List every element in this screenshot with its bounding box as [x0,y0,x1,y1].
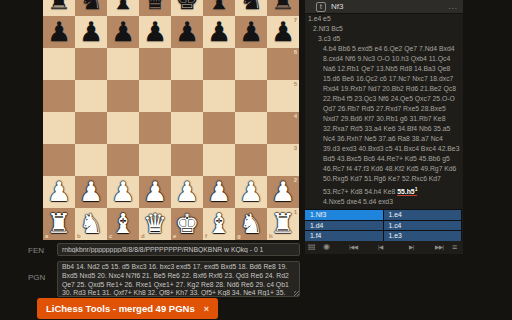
coord-6: 6 [294,49,297,55]
lichess-tools-toast[interactable]: LiChess Tools - merged 49 PGNs × [37,298,218,319]
prev-move-button[interactable]: |◀ [378,240,383,254]
board-square-a3[interactable] [43,144,75,176]
candidate-move-1.c4[interactable]: 1.c4 [384,221,463,231]
candidate-move-1.d4[interactable]: 1.d4 [305,221,384,231]
pgn-input[interactable]: Bb4 14. Nd2 c5 15. d5 Bxc3 16. bxc3 exd5… [57,261,300,297]
black-king-icon[interactable]: ♚ [175,0,199,16]
coord-c: c [109,233,112,239]
board-square-d1[interactable]: ♛d [139,208,171,240]
board-square-a7[interactable]: ♟ [43,16,75,48]
coord-2: 2 [294,177,297,183]
black-pawn-icon[interactable]: ♟ [111,16,135,48]
board-square-f5[interactable] [203,80,235,112]
board-square-d2[interactable]: ♟ [139,176,171,208]
white-pawn-icon[interactable]: ♟ [47,176,71,208]
board-square-a6[interactable] [43,48,75,80]
candidate-row: 1.Nf31.e4 [305,209,462,220]
board-square-h8[interactable]: ♜8 [267,0,299,16]
candidate-move-1.e4[interactable]: 1.e4 [384,210,463,220]
coord-e: e [173,233,176,239]
chess-board: ♜♞♝♛♚♝♞♜8♟♟♟♟♟♟♟♟76543♟♟♟♟♟♟♟♟2♜a♞b♝c♛d♚… [43,0,299,240]
board-square-a5[interactable] [43,80,75,112]
white-pawn-icon[interactable]: ♟ [175,176,199,208]
board-square-g2[interactable]: ♟ [235,176,267,208]
move-line: 4.Nxe5 dxe4 5.d4 exd3 [305,197,463,207]
board-square-c5[interactable] [107,80,139,112]
board-square-e8[interactable]: ♚ [171,0,203,16]
board-square-b7[interactable]: ♟ [75,16,107,48]
coord-d: d [141,233,145,239]
board-square-c6[interactable] [107,48,139,80]
coord-1: 1 [294,209,297,215]
board-square-c2[interactable]: ♟ [107,176,139,208]
board-square-d6[interactable] [139,48,171,80]
board-square-f2[interactable]: ♟ [203,176,235,208]
black-queen-icon[interactable]: ♛ [143,0,167,16]
board-square-d5[interactable] [139,80,171,112]
black-pawn-icon[interactable]: ♟ [175,16,199,48]
move-text[interactable]: 2.Nf3 Bc5 [313,25,343,32]
board-square-b8[interactable]: ♞ [75,0,107,16]
coord-3: 3 [294,145,297,151]
menu-button[interactable]: ≡ [452,240,457,254]
white-king-icon[interactable]: ♚ [175,208,199,240]
board-square-f4[interactable] [203,112,235,144]
coord-5: 5 [294,81,297,87]
board-square-e3[interactable] [171,144,203,176]
white-knight-icon[interactable]: ♞ [79,208,103,240]
board-square-g6[interactable] [235,48,267,80]
board-square-c8[interactable]: ♝ [107,0,139,16]
white-pawn-icon[interactable]: ♟ [143,176,167,208]
board-square-d3[interactable] [139,144,171,176]
board-square-g3[interactable] [235,144,267,176]
board-square-g1[interactable]: ♞g [235,208,267,240]
board-square-b1[interactable]: ♞b [75,208,107,240]
board-square-d7[interactable]: ♟ [139,16,171,48]
candidate-row: 1.f41.e3 [305,230,462,241]
board-square-b3[interactable] [75,144,107,176]
board-square-a4[interactable] [43,112,75,144]
board-square-e7[interactable]: ♟ [171,16,203,48]
board-square-f8[interactable]: ♝ [203,0,235,16]
white-pawn-icon[interactable]: ♟ [271,176,295,208]
white-queen-icon[interactable]: ♛ [143,208,167,240]
board-square-h1[interactable]: ♜h1 [267,208,299,240]
pgn-label: PGN [28,273,45,282]
resize-grip[interactable] [294,291,299,296]
black-pawn-icon[interactable]: ♟ [207,16,231,48]
board-square-d8[interactable]: ♛ [139,0,171,16]
board-square-b5[interactable] [75,80,107,112]
move-text[interactable]: 1.e4 e5 [308,15,331,22]
board-square-b4[interactable] [75,112,107,144]
black-bishop-icon[interactable]: ♝ [111,0,135,16]
coord-g: g [237,233,241,239]
board-square-a2[interactable]: ♟ [43,176,75,208]
black-knight-icon[interactable]: ♞ [239,0,263,16]
black-pawn-icon[interactable]: ♟ [79,16,103,48]
board-square-f1[interactable]: ♝f [203,208,235,240]
white-rook-icon[interactable]: ♜ [271,208,295,240]
white-bishop-icon[interactable]: ♝ [207,208,231,240]
board-square-g8[interactable]: ♞ [235,0,267,16]
board-square-c4[interactable] [107,112,139,144]
coord-b: b [77,233,81,239]
white-rook-icon[interactable]: ♜ [47,208,71,240]
black-pawn-icon[interactable]: ♟ [271,16,295,48]
coord-h: h [269,233,273,239]
board-square-a1[interactable]: ♜a [43,208,75,240]
board-square-f6[interactable] [203,48,235,80]
board-square-b6[interactable] [75,48,107,80]
board-square-h2[interactable]: ♟2 [267,176,299,208]
move-line: 1.e4 e5 [305,14,463,24]
black-knight-icon[interactable]: ♞ [79,0,103,16]
black-pawn-icon[interactable]: ♟ [239,16,263,48]
board-square-g5[interactable] [235,80,267,112]
white-pawn-icon[interactable]: ♟ [79,176,103,208]
book-icon[interactable]: ▤ [308,240,316,254]
board-square-a8[interactable]: ♜ [43,0,75,16]
lichess-tools-icon[interactable]: t [316,2,326,12]
next-move-button[interactable]: ▶| [409,240,414,254]
candidate-move-1.e3[interactable]: 1.e3 [384,231,463,241]
black-rook-icon[interactable]: ♜ [271,0,295,16]
move-text[interactable]: 3.c3 d5 [318,35,340,42]
board-square-f3[interactable] [203,144,235,176]
first-move-candidates: 1.Nf31.e41.d41.c41.f41.e3 [305,209,462,241]
white-knight-icon[interactable]: ♞ [239,208,263,240]
coord-4: 4 [294,113,297,119]
app-window: ♜♞♝♛♚♝♞♜8♟♟♟♟♟♟♟♟76543♟♟♟♟♟♟♟♟2♜a♞b♝c♛d♚… [0,0,512,320]
first-move-button[interactable]: |◀◀ [349,240,357,254]
white-pawn-icon[interactable]: ♟ [111,176,135,208]
black-pawn-icon[interactable]: ♟ [143,16,167,48]
move-line: 4.b4 Bb6 5.exd5 e4 6.Qe2 Qe7 7.Nd4 Bxd4 … [305,44,463,197]
close-icon[interactable]: × [204,304,209,314]
board-square-g4[interactable] [235,112,267,144]
transposition-move[interactable]: 55.h51 [397,188,417,196]
board-square-e6[interactable] [171,48,203,80]
fen-input[interactable] [57,243,300,256]
coord-f: f [205,233,207,239]
board-square-h5[interactable]: 5 [267,80,299,112]
board-square-h3[interactable]: 3 [267,144,299,176]
move-line: 3.c3 d5 [305,34,463,44]
move-header: t Nf3 ... [305,0,463,14]
white-pawn-icon[interactable]: ♟ [207,176,231,208]
black-bishop-icon[interactable]: ♝ [207,0,231,16]
board-square-b2[interactable]: ♟ [75,176,107,208]
coord-7: 7 [294,17,297,23]
candidate-row: 1.d41.c4 [305,220,462,231]
board-square-c7[interactable]: ♟ [107,16,139,48]
ellipsis-menu-icon[interactable]: ... [448,2,458,11]
board-square-h6[interactable]: 6 [267,48,299,80]
board-square-h7[interactable]: ♟7 [267,16,299,48]
board-square-f7[interactable]: ♟ [203,16,235,48]
last-move-button[interactable]: ▶▶| [435,240,443,254]
move-tree: 1.e4 e52.Nf3 Bc53.c3 d54.b4 Bb6 5.exd5 e… [305,14,463,214]
black-pawn-icon[interactable]: ♟ [47,16,71,48]
move-text[interactable]: 4.Nxe5 dxe4 5.d4 exd3 [323,198,393,205]
board-square-c3[interactable] [107,144,139,176]
board-square-h4[interactable]: 4 [267,112,299,144]
black-rook-icon[interactable]: ♜ [47,0,71,16]
board-square-c1[interactable]: ♝c [107,208,139,240]
board-square-g7[interactable]: ♟ [235,16,267,48]
board-square-e5[interactable] [171,80,203,112]
move-line: 2.Nf3 Bc5 [305,24,463,34]
settings-icon[interactable]: ◉ [323,240,330,254]
white-pawn-icon[interactable]: ♟ [239,176,263,208]
board-square-e1[interactable]: ♚e [171,208,203,240]
current-move-label: Nf3 [331,2,343,11]
fen-label: FEN [28,246,44,255]
candidate-move-1.Nf3[interactable]: 1.Nf3 [305,210,384,220]
white-bishop-icon[interactable]: ♝ [111,208,135,240]
candidate-move-1.f4[interactable]: 1.f4 [305,231,384,241]
board-square-e2[interactable]: ♟ [171,176,203,208]
toast-message: LiChess Tools - merged 49 PGNs [46,303,195,314]
coord-a: a [45,233,48,239]
board-square-e4[interactable] [171,112,203,144]
analysis-panel: t Nf3 ... 1.e4 e52.Nf3 Bc53.c3 d54.b4 Bb… [305,0,463,254]
analysis-toolbar: ▤◉|◀◀|◀▶|▶▶|≡ [305,240,463,254]
board-square-d4[interactable] [139,112,171,144]
move-text[interactable]: 4.b4 Bb6 5.exd5 e4 6.Qe2 Qe7 7.Nd4 Bxd4 … [323,45,459,195]
